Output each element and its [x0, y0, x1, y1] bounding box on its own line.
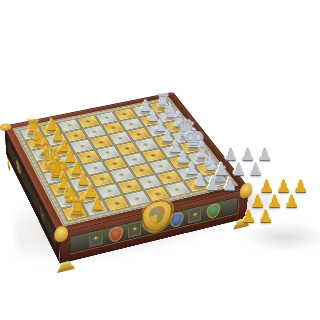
square-g4[interactable] — [116, 179, 142, 195]
star-panel-icon: ✦ — [40, 205, 45, 226]
tray-piece-silver-pawn[interactable]: ♟ — [247, 161, 264, 176]
gryffindor-crest-icon — [108, 225, 122, 243]
gold-foot-icon — [7, 154, 11, 172]
hufflepuff-crest-icon — [16, 158, 21, 178]
star-panel-icon: ✦ — [189, 207, 202, 224]
product-photo: ♜♟♟♜♞♟♟♞♝♟♟♝♛♟♟♛♚♟♟♚♝♟♟♝♞♟♟♞♜♟♟♜ ✦✦✦ ✦ ♟… — [0, 0, 320, 320]
tray-piece-silver-pawn[interactable]: ♟ — [221, 176, 238, 191]
slytherin-crest-icon — [207, 202, 221, 220]
tray-piece-gold-pawn[interactable]: ♟ — [240, 208, 257, 223]
gold-pawns-tray: ♟♟♟♟♟♟♟♟ — [240, 178, 309, 223]
tray-piece-gold-pawn[interactable]: ♟ — [283, 193, 300, 208]
tray-piece-gold-pawn[interactable]: ♟ — [257, 208, 274, 223]
piece-gold-rook[interactable]: ♜ — [67, 196, 86, 218]
star-panel-icon: ✦ — [89, 230, 103, 247]
piece-gold-pawn[interactable]: ♟ — [91, 195, 106, 212]
tray-piece-silver-pawn[interactable]: ♟ — [204, 176, 221, 191]
gold-foot-icon — [57, 259, 75, 273]
star-panel-icon: ✦ — [128, 221, 141, 238]
corner-ornament-icon — [54, 224, 68, 243]
